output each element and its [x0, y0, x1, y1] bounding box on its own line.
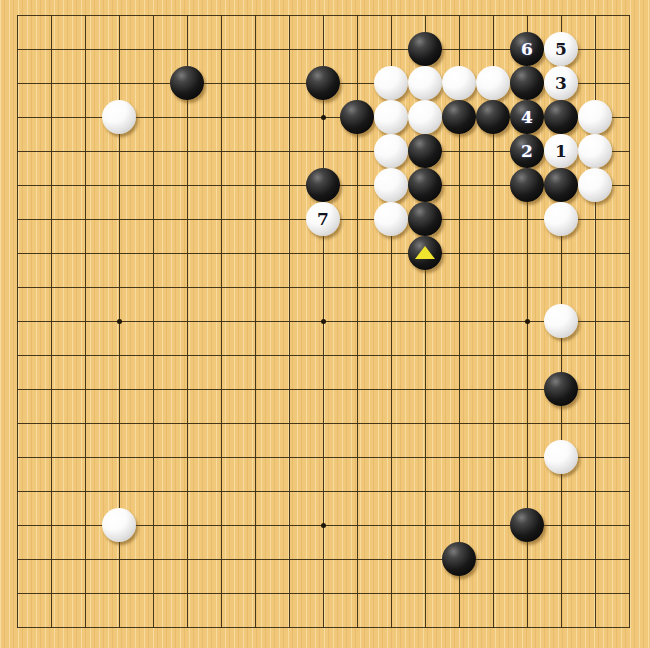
stone-black[interactable]	[408, 168, 442, 202]
stone-white[interactable]: 3	[544, 66, 578, 100]
go-board[interactable]: 6534217	[0, 0, 650, 648]
stone-white[interactable]: 5	[544, 32, 578, 66]
stone-white[interactable]	[374, 202, 408, 236]
stone-black[interactable]: 4	[510, 100, 544, 134]
stone-white[interactable]	[578, 168, 612, 202]
stone-white[interactable]	[374, 134, 408, 168]
stone-black[interactable]: 2	[510, 134, 544, 168]
stone-white[interactable]: 1	[544, 134, 578, 168]
stone-black[interactable]	[544, 372, 578, 406]
triangle-marker-icon	[415, 246, 435, 259]
stone-black[interactable]	[442, 542, 476, 576]
stone-white[interactable]	[408, 100, 442, 134]
stone-white[interactable]	[442, 66, 476, 100]
stone-black[interactable]	[408, 134, 442, 168]
stone-white[interactable]	[408, 66, 442, 100]
stone-black-marked[interactable]	[408, 236, 442, 270]
stone-white[interactable]: 7	[306, 202, 340, 236]
stone-white[interactable]	[476, 66, 510, 100]
stone-black[interactable]	[544, 100, 578, 134]
stone-black[interactable]	[544, 168, 578, 202]
stone-white[interactable]	[544, 440, 578, 474]
stone-black[interactable]	[510, 508, 544, 542]
move-number-label: 2	[521, 143, 533, 160]
stone-white[interactable]	[578, 134, 612, 168]
stone-black[interactable]	[510, 66, 544, 100]
stone-black[interactable]	[510, 168, 544, 202]
stone-white[interactable]	[374, 66, 408, 100]
stone-black[interactable]	[340, 100, 374, 134]
stone-black[interactable]	[306, 66, 340, 100]
stones-layer: 6534217	[0, 0, 646, 644]
stone-white[interactable]	[374, 168, 408, 202]
stone-black[interactable]: 6	[510, 32, 544, 66]
stone-black[interactable]	[408, 202, 442, 236]
stone-white[interactable]	[374, 100, 408, 134]
stone-black[interactable]	[476, 100, 510, 134]
move-number-label: 4	[521, 109, 533, 126]
move-number-label: 1	[555, 143, 567, 160]
move-number-label: 6	[521, 41, 533, 58]
stone-white[interactable]	[544, 202, 578, 236]
move-number-label: 3	[555, 75, 567, 92]
move-number-label: 7	[317, 211, 329, 228]
stone-white[interactable]	[578, 100, 612, 134]
stone-black[interactable]	[442, 100, 476, 134]
stone-black[interactable]	[170, 66, 204, 100]
move-number-label: 5	[555, 41, 567, 58]
stone-white[interactable]	[102, 100, 136, 134]
stone-black[interactable]	[306, 168, 340, 202]
stone-black[interactable]	[408, 32, 442, 66]
stone-white[interactable]	[544, 304, 578, 338]
stone-white[interactable]	[102, 508, 136, 542]
